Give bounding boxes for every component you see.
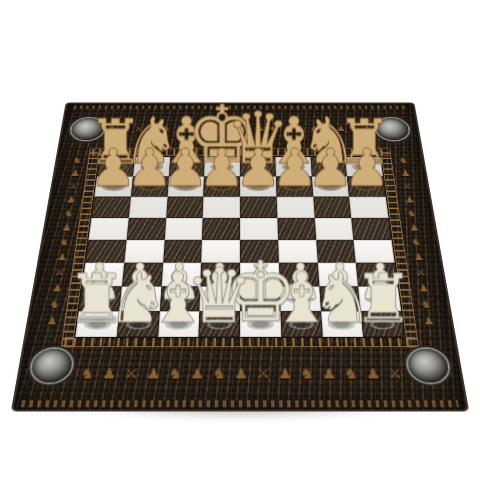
playing-surface: ♜♞♝♚♛♝♞♜♟♟♟♟♟♟♟♟♟♟♟♟♟♟♟♟♜♞♝♛♚♝♞♜ xyxy=(75,157,404,337)
corner-medallion-bottom-left xyxy=(30,349,74,382)
greek-key-band-bottom xyxy=(64,337,416,347)
silver-rook-h1: ♜ xyxy=(353,268,413,332)
square-h6 xyxy=(349,197,388,218)
square-h7: ♟ xyxy=(347,177,385,197)
square-g6 xyxy=(313,197,352,218)
square-d5 xyxy=(202,218,240,240)
square-c5 xyxy=(164,218,203,240)
gold-pawn-h7: ♟ xyxy=(344,143,391,192)
square-a1: ♜ xyxy=(75,311,119,337)
studded-edge-bottom xyxy=(21,400,459,407)
silver-queen-d1: ♛ xyxy=(185,259,253,331)
silver-rook-a1: ♜ xyxy=(66,268,126,332)
square-b5 xyxy=(126,218,165,240)
relief-frieze-near: ♞♟⚔♟♞♟♞♟⚔♟♞♟♞♟⚔♟♞♟♞♟⚔♟♞♟♞♟⚔♟♞♟♞♟⚔♟♞♟♞♟⚔♟… xyxy=(78,354,402,395)
square-h5 xyxy=(351,218,391,240)
square-g5 xyxy=(314,218,353,240)
square-h1: ♜ xyxy=(361,311,405,337)
chess-set-photo: ♞♟⚔♟♞♟♞♟⚔♟♞♟♞♟⚔♟♞♟♞♟⚔♟♞♟♞♟⚔♟♞♟♞♟⚔♟♞♟♞♟⚔♟… xyxy=(0,0,480,480)
board-grid: ♜♞♝♚♛♝♞♜♟♟♟♟♟♟♟♟♟♟♟♟♟♟♟♟♜♞♝♛♚♝♞♜ xyxy=(75,157,404,337)
square-c6 xyxy=(166,197,204,218)
square-b6 xyxy=(129,197,168,218)
corner-medallion-bottom-right xyxy=(406,349,450,382)
square-f5 xyxy=(277,218,316,240)
square-d1: ♛ xyxy=(199,311,240,337)
bronze-board: ♞♟⚔♟♞♟♞♟⚔♟♞♟♞♟⚔♟♞♟♞♟⚔♟♞♟♞♟⚔♟♞♟♞♟⚔♟♞♟♞♟⚔♟… xyxy=(14,104,467,410)
square-e5 xyxy=(240,218,278,240)
square-e6 xyxy=(240,197,277,218)
square-a6 xyxy=(91,197,130,218)
square-f6 xyxy=(276,197,314,218)
square-d6 xyxy=(203,197,240,218)
square-a5 xyxy=(88,218,128,240)
